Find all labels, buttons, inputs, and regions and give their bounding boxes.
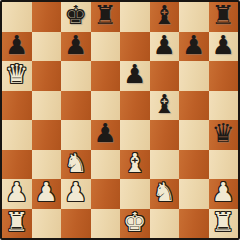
square-f3[interactable]: [150, 150, 180, 180]
square-c1[interactable]: [61, 209, 91, 239]
square-e8[interactable]: [120, 2, 150, 32]
black-bishop-piece[interactable]: ♝: [153, 91, 176, 120]
square-g8[interactable]: [179, 2, 209, 32]
square-a7[interactable]: ♟: [2, 32, 32, 62]
square-d1[interactable]: [91, 209, 121, 239]
square-b5[interactable]: [32, 91, 62, 121]
square-c5[interactable]: [61, 91, 91, 121]
white-knight-piece[interactable]: ♞: [153, 179, 176, 208]
square-b2[interactable]: ♟: [32, 179, 62, 209]
square-a2[interactable]: ♟: [2, 179, 32, 209]
square-b3[interactable]: [32, 150, 62, 180]
square-c4[interactable]: [61, 120, 91, 150]
white-pawn-piece[interactable]: ♟: [64, 179, 87, 208]
square-g4[interactable]: [179, 120, 209, 150]
square-d8[interactable]: ♜: [91, 2, 121, 32]
white-pawn-piece[interactable]: ♟: [35, 179, 58, 208]
square-f6[interactable]: [150, 61, 180, 91]
square-g5[interactable]: [179, 91, 209, 121]
white-pawn-piece[interactable]: ♟: [5, 179, 28, 208]
black-bishop-piece[interactable]: ♝: [153, 2, 176, 31]
black-pawn-piece[interactable]: ♟: [182, 32, 205, 61]
square-b7[interactable]: [32, 32, 62, 62]
black-pawn-piece[interactable]: ♟: [5, 32, 28, 61]
square-d6[interactable]: [91, 61, 121, 91]
white-pawn-piece[interactable]: ♟: [212, 179, 235, 208]
square-c3[interactable]: ♞: [61, 150, 91, 180]
square-h3[interactable]: [209, 150, 239, 180]
black-rook-piece[interactable]: ♜: [94, 2, 117, 31]
square-d4[interactable]: ♟: [91, 120, 121, 150]
square-g7[interactable]: ♟: [179, 32, 209, 62]
square-a8[interactable]: [2, 2, 32, 32]
square-e5[interactable]: [120, 91, 150, 121]
black-rook-piece[interactable]: ♜: [212, 2, 235, 31]
square-f2[interactable]: ♞: [150, 179, 180, 209]
square-c7[interactable]: ♟: [61, 32, 91, 62]
square-f8[interactable]: ♝: [150, 2, 180, 32]
square-b8[interactable]: [32, 2, 62, 32]
square-h2[interactable]: ♟: [209, 179, 239, 209]
square-h7[interactable]: ♟: [209, 32, 239, 62]
square-f5[interactable]: ♝: [150, 91, 180, 121]
square-a5[interactable]: [2, 91, 32, 121]
chess-board: ♚♜♝♜♟♟♟♟♟♛♟♝♟♛♞♝♟♟♟♞♟♜♚♜: [0, 0, 240, 240]
square-h8[interactable]: ♜: [209, 2, 239, 32]
square-a4[interactable]: [2, 120, 32, 150]
square-e2[interactable]: [120, 179, 150, 209]
black-king-piece[interactable]: ♚: [64, 2, 87, 31]
square-g1[interactable]: [179, 209, 209, 239]
black-pawn-piece[interactable]: ♟: [153, 32, 176, 61]
square-c6[interactable]: [61, 61, 91, 91]
white-rook-piece[interactable]: ♜: [5, 209, 28, 238]
black-pawn-piece[interactable]: ♟: [212, 32, 235, 61]
square-e4[interactable]: [120, 120, 150, 150]
square-c8[interactable]: ♚: [61, 2, 91, 32]
square-h6[interactable]: [209, 61, 239, 91]
square-a1[interactable]: ♜: [2, 209, 32, 239]
white-rook-piece[interactable]: ♜: [212, 209, 235, 238]
square-f1[interactable]: [150, 209, 180, 239]
square-h1[interactable]: ♜: [209, 209, 239, 239]
square-b1[interactable]: [32, 209, 62, 239]
black-pawn-piece[interactable]: ♟: [94, 120, 117, 149]
square-e3[interactable]: ♝: [120, 150, 150, 180]
square-d5[interactable]: [91, 91, 121, 121]
square-a6[interactable]: ♛: [2, 61, 32, 91]
square-f4[interactable]: [150, 120, 180, 150]
square-c2[interactable]: ♟: [61, 179, 91, 209]
square-h5[interactable]: [209, 91, 239, 121]
square-f7[interactable]: ♟: [150, 32, 180, 62]
square-e7[interactable]: [120, 32, 150, 62]
square-b6[interactable]: [32, 61, 62, 91]
square-g3[interactable]: [179, 150, 209, 180]
square-g6[interactable]: [179, 61, 209, 91]
square-d7[interactable]: [91, 32, 121, 62]
black-pawn-piece[interactable]: ♟: [123, 61, 146, 90]
white-king-piece[interactable]: ♚: [123, 209, 146, 238]
black-queen-piece[interactable]: ♛: [212, 120, 235, 149]
black-pawn-piece[interactable]: ♟: [64, 32, 87, 61]
square-d2[interactable]: [91, 179, 121, 209]
white-queen-piece[interactable]: ♛: [5, 61, 28, 90]
square-h4[interactable]: ♛: [209, 120, 239, 150]
square-g2[interactable]: [179, 179, 209, 209]
square-d3[interactable]: [91, 150, 121, 180]
square-e6[interactable]: ♟: [120, 61, 150, 91]
square-e1[interactable]: ♚: [120, 209, 150, 239]
white-knight-piece[interactable]: ♞: [64, 150, 87, 179]
white-bishop-piece[interactable]: ♝: [123, 150, 146, 179]
square-a3[interactable]: [2, 150, 32, 180]
square-b4[interactable]: [32, 120, 62, 150]
